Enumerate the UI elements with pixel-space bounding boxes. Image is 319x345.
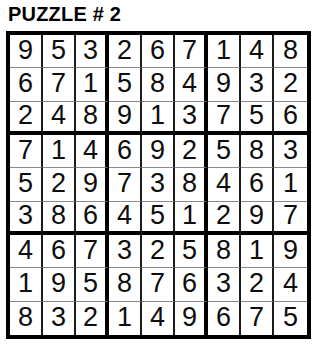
cell-r1c8: 4 <box>241 35 274 68</box>
cell-r5c2: 2 <box>43 168 76 201</box>
puzzle-page: PUZZLE # 2 95326714867158493224891375671… <box>0 0 319 345</box>
cell-r5c3: 9 <box>76 168 109 201</box>
cell-r9c7: 6 <box>208 302 241 335</box>
cell-r8c7: 3 <box>208 268 241 301</box>
cell-r6c4: 4 <box>109 202 142 235</box>
cell-r9c8: 7 <box>241 302 274 335</box>
cell-r5c5: 3 <box>142 168 175 201</box>
cell-r7c7: 8 <box>208 235 241 268</box>
cell-r4c9: 3 <box>274 135 307 168</box>
cell-r1c2: 5 <box>43 35 76 68</box>
cell-r2c5: 8 <box>142 68 175 101</box>
cell-r4c2: 1 <box>43 135 76 168</box>
cell-r8c4: 8 <box>109 268 142 301</box>
cell-r9c1: 8 <box>10 302 43 335</box>
cell-r9c4: 1 <box>109 302 142 335</box>
cell-r2c2: 7 <box>43 68 76 101</box>
cell-r4c6: 2 <box>175 135 208 168</box>
cell-r9c2: 3 <box>43 302 76 335</box>
cell-r4c4: 6 <box>109 135 142 168</box>
cell-r2c4: 5 <box>109 68 142 101</box>
cell-r7c8: 1 <box>241 235 274 268</box>
cell-r1c5: 6 <box>142 35 175 68</box>
cell-r2c3: 1 <box>76 68 109 101</box>
cell-r8c2: 9 <box>43 268 76 301</box>
cell-r7c2: 6 <box>43 235 76 268</box>
sudoku-board: 9532671486715849322489137567146925835297… <box>6 31 311 339</box>
cell-r9c9: 5 <box>274 302 307 335</box>
cell-r9c6: 9 <box>175 302 208 335</box>
cell-r7c6: 5 <box>175 235 208 268</box>
cell-r2c7: 9 <box>208 68 241 101</box>
cell-r6c8: 9 <box>241 202 274 235</box>
cell-r6c6: 1 <box>175 202 208 235</box>
cell-r4c3: 4 <box>76 135 109 168</box>
cell-r8c9: 4 <box>274 268 307 301</box>
cell-r5c9: 1 <box>274 168 307 201</box>
cell-r6c1: 3 <box>10 202 43 235</box>
cell-r1c6: 7 <box>175 35 208 68</box>
cell-r3c4: 9 <box>109 102 142 135</box>
cell-r7c5: 2 <box>142 235 175 268</box>
cell-r5c4: 7 <box>109 168 142 201</box>
cell-r3c9: 6 <box>274 102 307 135</box>
cell-r3c8: 5 <box>241 102 274 135</box>
cell-r3c1: 2 <box>10 102 43 135</box>
cell-r7c1: 4 <box>10 235 43 268</box>
cell-r3c3: 8 <box>76 102 109 135</box>
cell-r8c3: 5 <box>76 268 109 301</box>
cell-r6c9: 7 <box>274 202 307 235</box>
cell-r6c2: 8 <box>43 202 76 235</box>
cell-r5c7: 4 <box>208 168 241 201</box>
cell-r2c6: 4 <box>175 68 208 101</box>
cell-r9c5: 4 <box>142 302 175 335</box>
puzzle-title: PUZZLE # 2 <box>8 2 121 26</box>
cell-r6c3: 6 <box>76 202 109 235</box>
cell-r4c1: 7 <box>10 135 43 168</box>
cell-r1c7: 1 <box>208 35 241 68</box>
cell-r5c8: 6 <box>241 168 274 201</box>
cell-r4c8: 8 <box>241 135 274 168</box>
cell-r1c1: 9 <box>10 35 43 68</box>
cell-r4c7: 5 <box>208 135 241 168</box>
cell-r9c3: 2 <box>76 302 109 335</box>
cell-r3c6: 3 <box>175 102 208 135</box>
cell-r5c1: 5 <box>10 168 43 201</box>
cell-r7c4: 3 <box>109 235 142 268</box>
cell-r1c3: 3 <box>76 35 109 68</box>
cell-r7c9: 9 <box>274 235 307 268</box>
cell-r8c6: 6 <box>175 268 208 301</box>
cell-r3c2: 4 <box>43 102 76 135</box>
cell-r6c5: 5 <box>142 202 175 235</box>
cell-r8c8: 2 <box>241 268 274 301</box>
cell-r3c7: 7 <box>208 102 241 135</box>
cell-r1c9: 8 <box>274 35 307 68</box>
cell-r4c5: 9 <box>142 135 175 168</box>
cell-r8c5: 7 <box>142 268 175 301</box>
cell-r1c4: 2 <box>109 35 142 68</box>
cell-r8c1: 1 <box>10 268 43 301</box>
cell-r2c9: 2 <box>274 68 307 101</box>
cell-r3c5: 1 <box>142 102 175 135</box>
cell-r5c6: 8 <box>175 168 208 201</box>
cell-r2c8: 3 <box>241 68 274 101</box>
cell-r7c3: 7 <box>76 235 109 268</box>
cell-r6c7: 2 <box>208 202 241 235</box>
cell-r2c1: 6 <box>10 68 43 101</box>
